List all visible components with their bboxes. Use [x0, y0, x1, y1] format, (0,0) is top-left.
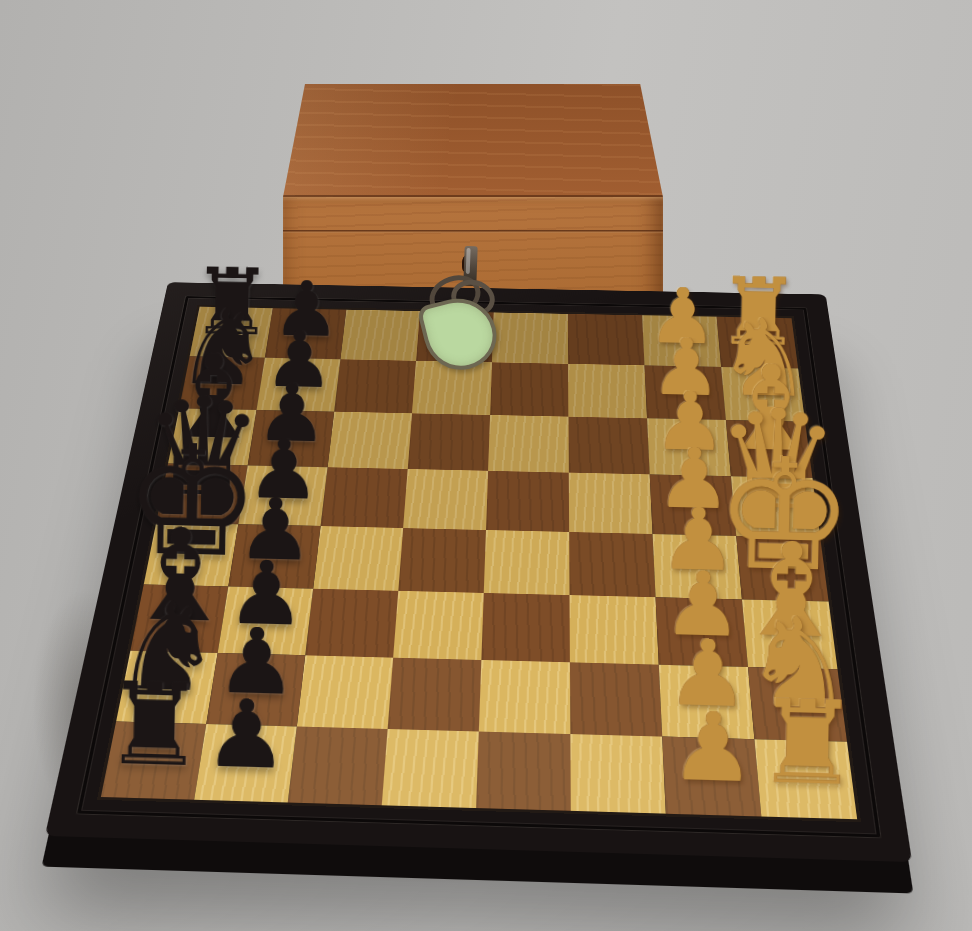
- square-e3: [569, 532, 655, 597]
- board-squares: ♜♟♟♜♞♟♟♞♝♟♟♝♛♟♟♛♚♟♟♚♝♟♟♝♞♟♟♞♜♟♟♜: [101, 307, 857, 819]
- piece-black-pawn: ♟: [215, 626, 298, 699]
- square-b2: ♟: [645, 365, 726, 420]
- square-d6: [321, 467, 408, 528]
- square-h6: [288, 726, 388, 805]
- square-g3: [570, 662, 662, 736]
- square-e1: ♚: [736, 536, 828, 602]
- square-h5: [382, 729, 479, 808]
- square-c1: ♝: [726, 420, 813, 478]
- square-a7: ♟: [265, 308, 346, 359]
- square-h1: ♜: [754, 739, 857, 819]
- square-g7: ♟: [206, 653, 305, 726]
- square-f8: ♝: [130, 584, 228, 653]
- square-b1: ♞: [721, 367, 805, 422]
- square-g6: [297, 655, 393, 729]
- square-d5: [403, 469, 488, 530]
- square-d3: [569, 473, 653, 534]
- square-c2: ♟: [647, 418, 731, 476]
- square-c6: [328, 412, 412, 469]
- square-e4: [484, 530, 570, 595]
- square-c7: ♟: [248, 410, 334, 467]
- square-e8: ♚: [144, 522, 239, 586]
- square-a6: [340, 310, 420, 361]
- square-g8: ♞: [116, 651, 218, 724]
- square-d2: ♟: [650, 474, 737, 536]
- piece-white-rook: ♜: [716, 275, 801, 349]
- square-h7: ♟: [194, 724, 297, 803]
- square-d7: ♟: [238, 465, 327, 526]
- square-f7: ♟: [218, 587, 314, 656]
- square-g4: [479, 660, 571, 734]
- square-f6: [305, 589, 398, 658]
- piece-black-knight: ♞: [111, 598, 223, 697]
- square-e7: ♟: [228, 524, 320, 589]
- square-a2: ♟: [642, 315, 721, 367]
- piece-black-pawn: ♟: [271, 280, 340, 340]
- square-e6: [313, 526, 403, 591]
- square-f1: ♝: [742, 599, 838, 669]
- square-h2: ♟: [662, 737, 761, 817]
- piece-white-pawn: ♟: [647, 287, 717, 348]
- square-c8: ♝: [168, 408, 256, 465]
- box-key: [424, 246, 508, 372]
- square-f5: [393, 591, 484, 660]
- square-a3: [568, 314, 645, 365]
- square-e2: ♟: [653, 534, 742, 599]
- square-b3: [568, 364, 647, 418]
- square-e5: [398, 528, 486, 593]
- square-g5: [388, 658, 482, 732]
- scene: ♜♟♟♜♞♟♟♞♝♟♟♝♛♟♟♛♚♟♟♚♝♟♟♝♞♟♟♞♜♟♟♜: [0, 0, 972, 931]
- square-b7: ♟: [257, 358, 341, 412]
- square-f3: [570, 595, 659, 665]
- box-lid-top: [276, 84, 668, 197]
- square-f4: [481, 593, 570, 662]
- piece-black-bishop: ♝: [122, 525, 238, 627]
- square-d4: [486, 471, 569, 532]
- square-h8: ♜: [101, 721, 206, 799]
- square-a1: ♜: [717, 317, 798, 369]
- square-h3: [570, 734, 666, 814]
- square-f2: ♟: [656, 597, 748, 667]
- square-c4: [488, 415, 569, 473]
- square-g2: ♟: [659, 665, 755, 740]
- square-a8: ♜: [190, 307, 273, 358]
- square-h4: [476, 732, 571, 811]
- square-b8: ♞: [179, 356, 265, 410]
- square-c3: [568, 417, 649, 475]
- square-d8: ♛: [156, 464, 247, 525]
- square-c5: [408, 413, 490, 470]
- square-d1: ♛: [731, 476, 820, 538]
- square-g1: ♞: [748, 667, 847, 742]
- square-b6: [334, 359, 416, 413]
- piece-black-rook: ♜: [190, 265, 273, 338]
